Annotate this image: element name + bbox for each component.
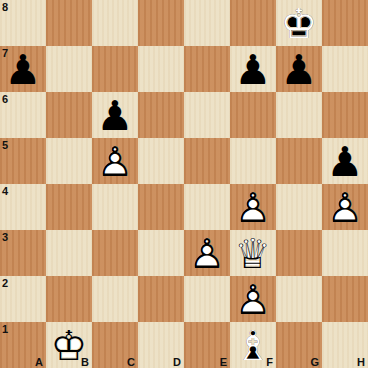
square-c3[interactable] — [92, 230, 138, 276]
square-d5[interactable] — [138, 138, 184, 184]
square-h7[interactable] — [322, 46, 368, 92]
black-pawn[interactable]: ♟ — [230, 46, 276, 92]
square-b2[interactable] — [46, 276, 92, 322]
square-e1[interactable]: E — [184, 322, 230, 368]
square-a1[interactable]: 1A — [0, 322, 46, 368]
square-e7[interactable] — [184, 46, 230, 92]
square-c2[interactable] — [92, 276, 138, 322]
square-d2[interactable] — [138, 276, 184, 322]
square-c7[interactable] — [92, 46, 138, 92]
rank-label-6: 6 — [2, 93, 8, 105]
square-b3[interactable] — [46, 230, 92, 276]
square-h5[interactable]: ♟ — [322, 138, 368, 184]
square-b4[interactable] — [46, 184, 92, 230]
square-a8[interactable]: 8 — [0, 0, 46, 46]
square-f4[interactable]: ♟♙ — [230, 184, 276, 230]
piece-glyph-outline: ♔ — [276, 0, 322, 46]
piece-glyph-fill: ♟ — [230, 276, 276, 322]
square-c6[interactable]: ♟ — [92, 92, 138, 138]
piece-glyph-fill: ♟ — [92, 92, 138, 138]
piece-glyph-fill: ♟ — [92, 138, 138, 184]
file-label-e: E — [220, 356, 227, 368]
file-label-c: C — [127, 356, 135, 368]
square-a3[interactable]: 3 — [0, 230, 46, 276]
square-f1[interactable]: F♝♗ — [230, 322, 276, 368]
piece-glyph-outline: ♙ — [322, 184, 368, 230]
file-label-a: A — [35, 356, 43, 368]
square-e6[interactable] — [184, 92, 230, 138]
square-h2[interactable] — [322, 276, 368, 322]
rank-label-2: 2 — [2, 277, 8, 289]
square-f5[interactable] — [230, 138, 276, 184]
rank-label-8: 8 — [2, 1, 8, 13]
square-b6[interactable] — [46, 92, 92, 138]
rank-label-5: 5 — [2, 139, 8, 151]
rank-label-7: 7 — [2, 47, 8, 59]
piece-glyph-fill: ♟ — [184, 230, 230, 276]
square-d4[interactable] — [138, 184, 184, 230]
square-h4[interactable]: ♟♙ — [322, 184, 368, 230]
square-h8[interactable] — [322, 0, 368, 46]
white-pawn[interactable]: ♟♙ — [92, 138, 138, 184]
piece-glyph-fill: ♟ — [230, 46, 276, 92]
square-e3[interactable]: ♟♙ — [184, 230, 230, 276]
rank-label-1: 1 — [2, 323, 8, 335]
square-h1[interactable]: H — [322, 322, 368, 368]
square-g8[interactable]: ♚♔ — [276, 0, 322, 46]
file-label-d: D — [173, 356, 181, 368]
white-pawn[interactable]: ♟♙ — [184, 230, 230, 276]
square-b7[interactable] — [46, 46, 92, 92]
file-label-h: H — [357, 356, 365, 368]
piece-glyph-fill: ♛ — [230, 230, 276, 276]
square-f8[interactable] — [230, 0, 276, 46]
piece-glyph-fill: ♟ — [322, 184, 368, 230]
piece-glyph-fill: ♟ — [276, 46, 322, 92]
square-g3[interactable] — [276, 230, 322, 276]
black-pawn[interactable]: ♟ — [276, 46, 322, 92]
square-d7[interactable] — [138, 46, 184, 92]
square-b1[interactable]: B♚♔ — [46, 322, 92, 368]
square-g5[interactable] — [276, 138, 322, 184]
piece-glyph-outline: ♙ — [92, 138, 138, 184]
piece-glyph-outline: ♙ — [230, 276, 276, 322]
square-d6[interactable] — [138, 92, 184, 138]
square-f6[interactable] — [230, 92, 276, 138]
rank-label-4: 4 — [2, 185, 8, 197]
piece-glyph-outline: ♕ — [230, 230, 276, 276]
square-d8[interactable] — [138, 0, 184, 46]
square-g2[interactable] — [276, 276, 322, 322]
rank-label-3: 3 — [2, 231, 8, 243]
square-c8[interactable] — [92, 0, 138, 46]
square-e2[interactable] — [184, 276, 230, 322]
square-a6[interactable]: 6 — [0, 92, 46, 138]
black-pawn[interactable]: ♟ — [322, 138, 368, 184]
piece-glyph-fill: ♚ — [276, 0, 322, 46]
square-h6[interactable] — [322, 92, 368, 138]
black-king[interactable]: ♚♔ — [276, 0, 322, 46]
white-queen[interactable]: ♛♕ — [230, 230, 276, 276]
square-c5[interactable]: ♟♙ — [92, 138, 138, 184]
square-a4[interactable]: 4 — [0, 184, 46, 230]
square-g6[interactable] — [276, 92, 322, 138]
square-a7[interactable]: 7♟ — [0, 46, 46, 92]
piece-glyph-outline: ♙ — [230, 184, 276, 230]
file-label-g: G — [310, 356, 319, 368]
square-g1[interactable]: G — [276, 322, 322, 368]
square-b8[interactable] — [46, 0, 92, 46]
white-pawn[interactable]: ♟♙ — [322, 184, 368, 230]
square-a5[interactable]: 5 — [0, 138, 46, 184]
piece-glyph-outline: ♙ — [184, 230, 230, 276]
white-pawn[interactable]: ♟♙ — [230, 184, 276, 230]
chess-board: 8♚♔7♟♟♟6♟5♟♙♟4♟♙♟♙3♟♙♛♕2♟♙1AB♚♔CDEF♝♗GH — [0, 0, 368, 368]
file-label-f: F — [266, 356, 273, 368]
square-f2[interactable]: ♟♙ — [230, 276, 276, 322]
square-d3[interactable] — [138, 230, 184, 276]
square-f3[interactable]: ♛♕ — [230, 230, 276, 276]
square-d1[interactable]: D — [138, 322, 184, 368]
white-pawn[interactable]: ♟♙ — [230, 276, 276, 322]
square-e5[interactable] — [184, 138, 230, 184]
square-e4[interactable] — [184, 184, 230, 230]
square-c1[interactable]: C — [92, 322, 138, 368]
black-pawn[interactable]: ♟ — [92, 92, 138, 138]
piece-glyph-fill: ♟ — [322, 138, 368, 184]
square-g4[interactable] — [276, 184, 322, 230]
file-label-b: B — [81, 356, 89, 368]
piece-glyph-fill: ♟ — [230, 184, 276, 230]
square-h3[interactable] — [322, 230, 368, 276]
square-c4[interactable] — [92, 184, 138, 230]
square-f7[interactable]: ♟ — [230, 46, 276, 92]
square-b5[interactable] — [46, 138, 92, 184]
square-a2[interactable]: 2 — [0, 276, 46, 322]
square-e8[interactable] — [184, 0, 230, 46]
square-g7[interactable]: ♟ — [276, 46, 322, 92]
